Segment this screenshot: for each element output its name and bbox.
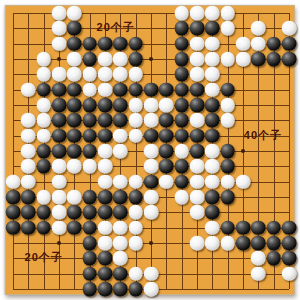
black-stone — [21, 190, 36, 205]
black-stone — [251, 220, 266, 235]
white-stone — [128, 220, 143, 235]
white-stone — [82, 82, 97, 97]
white-stone — [67, 67, 82, 82]
white-stone — [144, 282, 159, 297]
white-stone — [98, 159, 113, 174]
black-stone — [98, 282, 113, 297]
white-stone — [205, 52, 220, 67]
black-stone — [174, 98, 189, 113]
black-stone — [21, 205, 36, 220]
white-stone — [21, 144, 36, 159]
black-stone — [205, 190, 220, 205]
white-stone — [113, 52, 128, 67]
white-stone — [144, 113, 159, 128]
black-stone — [52, 144, 67, 159]
white-stone — [190, 113, 205, 128]
white-stone — [190, 36, 205, 51]
black-stone — [98, 36, 113, 51]
black-stone — [6, 190, 21, 205]
white-stone — [128, 205, 143, 220]
white-stone — [205, 82, 220, 97]
black-stone — [52, 128, 67, 143]
black-stone — [128, 36, 143, 51]
black-stone — [67, 82, 82, 97]
black-stone — [174, 113, 189, 128]
white-stone — [282, 266, 297, 281]
black-stone — [82, 236, 97, 251]
white-stone — [220, 21, 235, 36]
black-stone — [67, 144, 82, 159]
white-stone — [190, 52, 205, 67]
white-stone — [190, 190, 205, 205]
black-stone — [67, 113, 82, 128]
white-stone — [205, 174, 220, 189]
black-stone — [174, 82, 189, 97]
black-stone — [6, 205, 21, 220]
black-stone — [36, 82, 51, 97]
black-stone — [82, 282, 97, 297]
black-stone — [113, 82, 128, 97]
white-stone — [36, 113, 51, 128]
black-stone — [82, 128, 97, 143]
black-stone — [220, 159, 235, 174]
white-stone — [21, 128, 36, 143]
black-stone — [113, 36, 128, 51]
white-stone — [36, 190, 51, 205]
black-stone — [67, 220, 82, 235]
black-stone — [190, 82, 205, 97]
black-stone — [113, 266, 128, 281]
white-stone — [82, 67, 97, 82]
black-stone — [82, 36, 97, 51]
white-stone — [113, 144, 128, 159]
white-stone — [67, 159, 82, 174]
white-stone — [205, 220, 220, 235]
white-stone — [21, 82, 36, 97]
black-stone — [282, 236, 297, 251]
black-stone — [82, 190, 97, 205]
white-stone — [128, 174, 143, 189]
white-stone — [113, 174, 128, 189]
black-stone — [21, 220, 36, 235]
white-stone — [82, 159, 97, 174]
black-stone — [98, 266, 113, 281]
white-stone — [174, 190, 189, 205]
black-stone — [98, 98, 113, 113]
black-stone — [113, 113, 128, 128]
black-stone — [98, 251, 113, 266]
star-point — [57, 57, 61, 61]
white-stone — [205, 236, 220, 251]
white-stone — [190, 174, 205, 189]
label-20-stones-top: 20个子 — [97, 20, 135, 35]
white-stone — [190, 67, 205, 82]
black-stone — [82, 205, 97, 220]
white-stone — [159, 174, 174, 189]
white-stone — [144, 144, 159, 159]
white-stone — [98, 82, 113, 97]
black-stone — [205, 98, 220, 113]
go-board[interactable]: 20个子40个子20个子 — [5, 5, 295, 295]
label-20-stones-bottom: 20个子 — [25, 250, 63, 265]
white-stone — [128, 128, 143, 143]
white-stone — [21, 113, 36, 128]
black-stone — [174, 159, 189, 174]
black-stone — [159, 144, 174, 159]
black-stone — [128, 190, 143, 205]
white-stone — [52, 174, 67, 189]
white-stone — [190, 159, 205, 174]
star-point — [149, 241, 153, 245]
black-stone — [236, 236, 251, 251]
white-stone — [205, 159, 220, 174]
black-stone — [52, 98, 67, 113]
white-stone — [113, 251, 128, 266]
white-stone — [128, 67, 143, 82]
black-stone — [67, 128, 82, 143]
label-40-stones-right: 40个子 — [244, 127, 282, 142]
white-stone — [128, 266, 143, 281]
black-stone — [82, 251, 97, 266]
black-stone — [205, 128, 220, 143]
white-stone — [174, 6, 189, 21]
black-stone — [36, 159, 51, 174]
white-stone — [236, 52, 251, 67]
black-stone — [36, 205, 51, 220]
white-stone — [236, 36, 251, 51]
black-stone — [174, 21, 189, 36]
star-point — [149, 57, 153, 61]
black-stone — [113, 190, 128, 205]
black-stone — [236, 220, 251, 235]
black-stone — [98, 190, 113, 205]
white-stone — [36, 52, 51, 67]
white-stone — [190, 6, 205, 21]
white-stone — [205, 144, 220, 159]
black-stone — [174, 52, 189, 67]
black-stone — [159, 113, 174, 128]
white-stone — [52, 6, 67, 21]
white-stone — [174, 144, 189, 159]
black-stone — [67, 36, 82, 51]
black-stone — [144, 82, 159, 97]
white-stone — [98, 236, 113, 251]
white-stone — [251, 266, 266, 281]
black-stone — [205, 21, 220, 36]
white-stone — [251, 251, 266, 266]
white-stone — [144, 159, 159, 174]
black-stone — [52, 82, 67, 97]
white-stone — [220, 113, 235, 128]
black-stone — [98, 113, 113, 128]
black-stone — [82, 220, 97, 235]
white-stone — [113, 128, 128, 143]
black-stone — [82, 98, 97, 113]
white-stone — [236, 174, 251, 189]
black-stone — [190, 128, 205, 143]
white-stone — [98, 220, 113, 235]
black-stone — [159, 159, 174, 174]
white-stone — [251, 21, 266, 36]
black-stone — [190, 98, 205, 113]
black-stone — [6, 220, 21, 235]
white-stone — [36, 67, 51, 82]
black-stone — [82, 144, 97, 159]
white-stone — [205, 67, 220, 82]
black-stone — [113, 205, 128, 220]
black-stone — [98, 205, 113, 220]
black-stone — [282, 220, 297, 235]
white-stone — [52, 220, 67, 235]
black-stone — [282, 36, 297, 51]
black-stone — [82, 52, 97, 67]
white-stone — [67, 190, 82, 205]
white-stone — [251, 36, 266, 51]
white-stone — [205, 36, 220, 51]
white-stone — [52, 190, 67, 205]
black-stone — [67, 21, 82, 36]
white-stone — [98, 52, 113, 67]
white-stone — [205, 6, 220, 21]
black-stone — [220, 190, 235, 205]
black-stone — [251, 236, 266, 251]
black-stone — [98, 128, 113, 143]
white-stone — [52, 159, 67, 174]
star-point — [241, 149, 245, 153]
white-stone — [128, 98, 143, 113]
black-stone — [266, 236, 281, 251]
black-stone — [159, 82, 174, 97]
go-diagram: 20个子40个子20个子 — [0, 0, 300, 300]
black-stone — [159, 128, 174, 143]
white-stone — [36, 128, 51, 143]
black-stone — [82, 266, 97, 281]
black-stone — [220, 144, 235, 159]
black-stone — [36, 220, 51, 235]
black-stone — [190, 21, 205, 36]
white-stone — [220, 98, 235, 113]
white-stone — [128, 113, 143, 128]
black-stone — [266, 52, 281, 67]
black-stone — [266, 220, 281, 235]
black-stone — [282, 52, 297, 67]
black-stone — [52, 113, 67, 128]
white-stone — [21, 159, 36, 174]
white-stone — [113, 220, 128, 235]
white-stone — [144, 190, 159, 205]
black-stone — [220, 220, 235, 235]
black-stone — [174, 128, 189, 143]
black-stone — [113, 282, 128, 297]
white-stone — [21, 174, 36, 189]
black-stone — [144, 174, 159, 189]
white-stone — [67, 6, 82, 21]
black-stone — [266, 36, 281, 51]
white-stone — [67, 52, 82, 67]
white-stone — [98, 144, 113, 159]
white-stone — [159, 98, 174, 113]
black-stone — [128, 282, 143, 297]
black-stone — [113, 98, 128, 113]
white-stone — [190, 205, 205, 220]
white-stone — [98, 67, 113, 82]
black-stone — [82, 113, 97, 128]
white-stone — [36, 98, 51, 113]
black-stone — [190, 144, 205, 159]
black-stone — [67, 205, 82, 220]
white-stone — [98, 174, 113, 189]
black-stone — [128, 52, 143, 67]
black-stone — [128, 82, 143, 97]
white-stone — [128, 236, 143, 251]
black-stone — [36, 144, 51, 159]
white-stone — [52, 205, 67, 220]
black-stone — [282, 251, 297, 266]
white-stone — [6, 174, 21, 189]
black-stone — [174, 36, 189, 51]
black-stone — [144, 128, 159, 143]
white-stone — [220, 52, 235, 67]
white-stone — [52, 36, 67, 51]
black-stone — [205, 205, 220, 220]
black-stone — [205, 113, 220, 128]
white-stone — [113, 67, 128, 82]
white-stone — [190, 236, 205, 251]
black-stone — [266, 251, 281, 266]
white-stone — [220, 174, 235, 189]
white-stone — [52, 67, 67, 82]
black-stone — [220, 82, 235, 97]
star-point — [57, 241, 61, 245]
white-stone — [282, 21, 297, 36]
white-stone — [220, 236, 235, 251]
white-stone — [144, 266, 159, 281]
white-stone — [220, 6, 235, 21]
white-stone — [144, 205, 159, 220]
white-stone — [113, 236, 128, 251]
white-stone — [144, 98, 159, 113]
black-stone — [174, 174, 189, 189]
white-stone — [52, 21, 67, 36]
black-stone — [67, 98, 82, 113]
black-stone — [251, 52, 266, 67]
black-stone — [174, 67, 189, 82]
